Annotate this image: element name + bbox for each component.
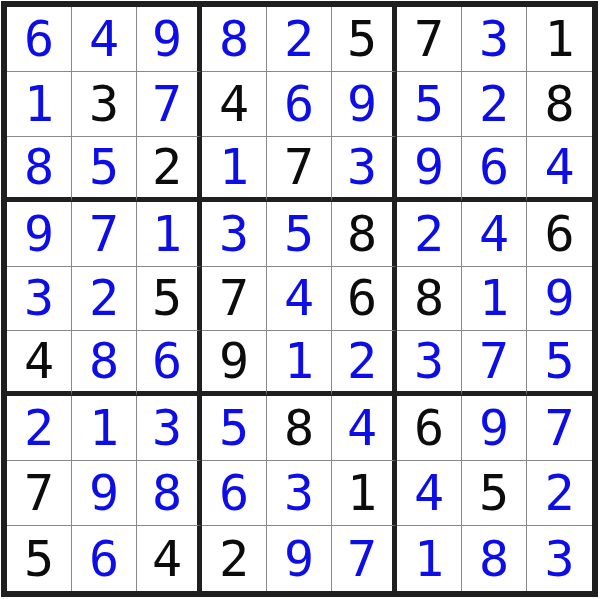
- cell-r4c8[interactable]: 4: [462, 202, 527, 267]
- cell-r9c7[interactable]: 1: [397, 526, 462, 591]
- cell-r2c4[interactable]: 4: [202, 72, 267, 137]
- cell-r1c5[interactable]: 2: [267, 7, 332, 72]
- cell-r6c4[interactable]: 9: [202, 331, 267, 396]
- cell-r4c2[interactable]: 7: [72, 202, 137, 267]
- cell-r8c9[interactable]: 2: [527, 461, 592, 526]
- cell-r6c5[interactable]: 1: [267, 331, 332, 396]
- cell-r1c1[interactable]: 6: [7, 7, 72, 72]
- cell-r7c4[interactable]: 5: [202, 396, 267, 461]
- cell-r6c9[interactable]: 5: [527, 331, 592, 396]
- cell-r8c6[interactable]: 1: [332, 461, 397, 526]
- cell-r1c3[interactable]: 9: [137, 7, 202, 72]
- cell-r3c8[interactable]: 6: [462, 137, 527, 202]
- cell-r6c6[interactable]: 2: [332, 331, 397, 396]
- cell-r9c9[interactable]: 3: [527, 526, 592, 591]
- cell-r2c9[interactable]: 8: [527, 72, 592, 137]
- cell-r3c2[interactable]: 5: [72, 137, 137, 202]
- cell-r6c1[interactable]: 4: [7, 331, 72, 396]
- cell-r8c1[interactable]: 7: [7, 461, 72, 526]
- cell-r7c1[interactable]: 2: [7, 396, 72, 461]
- cell-r7c8[interactable]: 9: [462, 396, 527, 461]
- cell-r3c6[interactable]: 3: [332, 137, 397, 202]
- cell-r3c1[interactable]: 8: [7, 137, 72, 202]
- cell-r5c4[interactable]: 7: [202, 267, 267, 332]
- cell-r2c2[interactable]: 3: [72, 72, 137, 137]
- cell-r4c5[interactable]: 5: [267, 202, 332, 267]
- cell-r9c4[interactable]: 2: [202, 526, 267, 591]
- cell-r5c3[interactable]: 5: [137, 267, 202, 332]
- cell-r8c3[interactable]: 8: [137, 461, 202, 526]
- cell-r4c9[interactable]: 6: [527, 202, 592, 267]
- cell-r9c2[interactable]: 6: [72, 526, 137, 591]
- cell-r6c2[interactable]: 8: [72, 331, 137, 396]
- cell-r7c7[interactable]: 6: [397, 396, 462, 461]
- cell-r9c1[interactable]: 5: [7, 526, 72, 591]
- cell-r9c5[interactable]: 9: [267, 526, 332, 591]
- sudoku-board: 6498257311374695288521739649713582463257…: [1, 1, 598, 597]
- cell-r4c6[interactable]: 8: [332, 202, 397, 267]
- cell-r5c1[interactable]: 3: [7, 267, 72, 332]
- cell-r7c9[interactable]: 7: [527, 396, 592, 461]
- cell-r1c9[interactable]: 1: [527, 7, 592, 72]
- cell-r5c6[interactable]: 6: [332, 267, 397, 332]
- cell-r5c9[interactable]: 9: [527, 267, 592, 332]
- cell-r8c5[interactable]: 3: [267, 461, 332, 526]
- cell-r2c8[interactable]: 2: [462, 72, 527, 137]
- cell-r1c7[interactable]: 7: [397, 7, 462, 72]
- cell-r9c8[interactable]: 8: [462, 526, 527, 591]
- cell-r5c5[interactable]: 4: [267, 267, 332, 332]
- cell-r2c5[interactable]: 6: [267, 72, 332, 137]
- cell-r3c3[interactable]: 2: [137, 137, 202, 202]
- cell-r4c1[interactable]: 9: [7, 202, 72, 267]
- cell-r7c3[interactable]: 3: [137, 396, 202, 461]
- cell-r1c2[interactable]: 4: [72, 7, 137, 72]
- cell-r8c7[interactable]: 4: [397, 461, 462, 526]
- cell-r1c4[interactable]: 8: [202, 7, 267, 72]
- cell-r6c7[interactable]: 3: [397, 331, 462, 396]
- cell-r9c6[interactable]: 7: [332, 526, 397, 591]
- cell-r1c8[interactable]: 3: [462, 7, 527, 72]
- cell-r2c6[interactable]: 9: [332, 72, 397, 137]
- cell-r3c9[interactable]: 4: [527, 137, 592, 202]
- cell-r3c4[interactable]: 1: [202, 137, 267, 202]
- cell-r3c5[interactable]: 7: [267, 137, 332, 202]
- cell-r6c8[interactable]: 7: [462, 331, 527, 396]
- cell-r8c8[interactable]: 5: [462, 461, 527, 526]
- cell-r7c6[interactable]: 4: [332, 396, 397, 461]
- cell-r8c4[interactable]: 6: [202, 461, 267, 526]
- cell-r9c3[interactable]: 4: [137, 526, 202, 591]
- cell-r4c3[interactable]: 1: [137, 202, 202, 267]
- cell-r4c4[interactable]: 3: [202, 202, 267, 267]
- cell-r2c3[interactable]: 7: [137, 72, 202, 137]
- cell-r7c5[interactable]: 8: [267, 396, 332, 461]
- cell-r5c2[interactable]: 2: [72, 267, 137, 332]
- sudoku-page: 6498257311374695288521739649713582463257…: [0, 0, 600, 599]
- cell-r5c8[interactable]: 1: [462, 267, 527, 332]
- cell-r2c7[interactable]: 5: [397, 72, 462, 137]
- cell-r3c7[interactable]: 9: [397, 137, 462, 202]
- cell-r5c7[interactable]: 8: [397, 267, 462, 332]
- cell-r1c6[interactable]: 5: [332, 7, 397, 72]
- cell-r8c2[interactable]: 9: [72, 461, 137, 526]
- cell-r7c2[interactable]: 1: [72, 396, 137, 461]
- cell-r6c3[interactable]: 6: [137, 331, 202, 396]
- cell-r4c7[interactable]: 2: [397, 202, 462, 267]
- cell-r2c1[interactable]: 1: [7, 72, 72, 137]
